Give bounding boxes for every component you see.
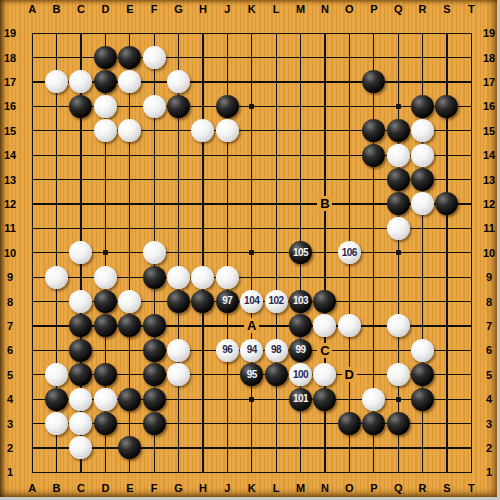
stone-black[interactable]	[411, 168, 434, 191]
row-label-left: 8	[7, 296, 13, 307]
stone-black[interactable]	[94, 290, 117, 313]
column-label-bottom: M	[296, 483, 305, 494]
row-label-right: 14	[483, 150, 495, 161]
stone-black[interactable]	[94, 46, 117, 69]
column-label-top: R	[419, 4, 427, 15]
stone-white[interactable]	[411, 119, 434, 142]
go-board-screen: 105106971041021039694989995100101ABCD AA…	[0, 0, 500, 500]
move-number: 106	[342, 248, 357, 258]
column-label-bottom: T	[468, 483, 475, 494]
stone-white[interactable]	[411, 192, 434, 215]
stone-white[interactable]	[167, 339, 190, 362]
column-label-top: M	[296, 4, 305, 15]
row-label-right: 15	[483, 125, 495, 136]
row-label-right: 11	[483, 223, 495, 234]
stone-white[interactable]	[45, 363, 68, 386]
column-label-top: J	[224, 4, 230, 15]
column-label-top: N	[321, 4, 329, 15]
row-label-left: 7	[7, 321, 13, 332]
row-label-right: 7	[486, 321, 492, 332]
row-label-right: 16	[483, 101, 495, 112]
column-label-top: H	[199, 4, 207, 15]
stone-white[interactable]	[69, 241, 92, 264]
stone-white[interactable]	[313, 314, 336, 337]
row-label-left: 17	[4, 77, 16, 88]
move-number: 100	[293, 370, 308, 380]
grid-line-vertical	[276, 33, 277, 473]
row-label-left: 4	[7, 394, 13, 405]
stone-black[interactable]	[435, 95, 458, 118]
stone-white[interactable]	[216, 266, 239, 289]
go-board[interactable]: 105106971041021039694989995100101ABCD	[20, 21, 484, 485]
stone-black[interactable]	[313, 388, 336, 411]
star-point	[249, 397, 254, 402]
row-label-left: 9	[7, 272, 13, 283]
stone-black[interactable]	[387, 412, 410, 435]
row-label-left: 3	[7, 418, 13, 429]
row-label-right: 5	[486, 369, 492, 380]
column-label-top: L	[273, 4, 280, 15]
row-label-right: 19	[483, 28, 495, 39]
stone-black[interactable]	[118, 436, 141, 459]
stone-white[interactable]	[313, 363, 336, 386]
stone-black[interactable]	[94, 412, 117, 435]
stone-white[interactable]	[387, 314, 410, 337]
column-label-bottom: Q	[394, 483, 403, 494]
star-point	[103, 250, 108, 255]
row-label-left: 15	[4, 125, 16, 136]
column-label-bottom: H	[199, 483, 207, 494]
star-point	[396, 397, 401, 402]
row-label-right: 4	[486, 394, 492, 405]
grid-line-horizontal	[32, 447, 472, 448]
stone-white[interactable]	[94, 388, 117, 411]
stone-black[interactable]	[411, 363, 434, 386]
stone-white[interactable]	[143, 46, 166, 69]
row-label-left: 12	[4, 199, 16, 210]
stone-black[interactable]	[362, 144, 385, 167]
column-label-top: D	[101, 4, 109, 15]
stone-white[interactable]	[118, 119, 141, 142]
move-number: 102	[269, 296, 284, 306]
move-number: 96	[222, 345, 232, 355]
stone-white[interactable]	[45, 412, 68, 435]
row-label-left: 14	[4, 150, 16, 161]
stone-black[interactable]	[411, 95, 434, 118]
stone-black[interactable]	[143, 266, 166, 289]
stone-white[interactable]	[69, 436, 92, 459]
stone-white[interactable]	[411, 339, 434, 362]
stone-black[interactable]	[289, 314, 312, 337]
column-label-bottom: E	[126, 483, 133, 494]
stone-white[interactable]	[411, 144, 434, 167]
column-label-bottom: B	[53, 483, 61, 494]
row-label-right: 18	[483, 52, 495, 63]
move-number: 104	[244, 296, 259, 306]
stone-white[interactable]: 104	[240, 290, 263, 313]
column-label-bottom: A	[28, 483, 36, 494]
row-label-left: 16	[4, 101, 16, 112]
move-number: 101	[293, 394, 308, 404]
stone-black[interactable]	[338, 412, 361, 435]
row-label-right: 8	[486, 296, 492, 307]
stone-white[interactable]	[94, 119, 117, 142]
column-label-bottom: R	[419, 483, 427, 494]
stone-white[interactable]	[69, 412, 92, 435]
column-label-top: S	[443, 4, 450, 15]
row-label-right: 3	[486, 418, 492, 429]
stone-black[interactable]	[216, 95, 239, 118]
column-label-top: Q	[394, 4, 403, 15]
stone-white[interactable]	[167, 266, 190, 289]
stone-black[interactable]	[118, 46, 141, 69]
stone-white[interactable]	[45, 70, 68, 93]
stone-black[interactable]	[143, 363, 166, 386]
stone-white[interactable]: 102	[265, 290, 288, 313]
stone-black[interactable]: 99	[289, 339, 312, 362]
stone-white[interactable]	[143, 95, 166, 118]
stone-white[interactable]	[143, 241, 166, 264]
column-label-bottom: D	[101, 483, 109, 494]
stone-black[interactable]	[387, 119, 410, 142]
column-label-bottom: J	[224, 483, 230, 494]
row-label-right: 12	[483, 199, 495, 210]
column-label-top: A	[28, 4, 36, 15]
annotation-letter-D: D	[342, 367, 357, 382]
stone-black[interactable]	[69, 314, 92, 337]
stone-black[interactable]	[94, 363, 117, 386]
stone-black[interactable]	[69, 95, 92, 118]
stone-white[interactable]	[167, 363, 190, 386]
row-label-left: 5	[7, 369, 13, 380]
column-label-bottom: P	[370, 483, 377, 494]
stone-black[interactable]: 103	[289, 290, 312, 313]
stone-black[interactable]	[435, 192, 458, 215]
stone-black[interactable]	[265, 363, 288, 386]
stone-white[interactable]: 106	[338, 241, 361, 264]
star-point	[249, 104, 254, 109]
stone-black[interactable]	[143, 412, 166, 435]
star-point	[396, 104, 401, 109]
stone-black[interactable]	[313, 290, 336, 313]
column-label-top: C	[77, 4, 85, 15]
column-label-bottom: F	[151, 483, 158, 494]
stone-white[interactable]	[387, 217, 410, 240]
column-label-bottom: S	[443, 483, 450, 494]
stone-black[interactable]	[69, 363, 92, 386]
column-label-top: F	[151, 4, 158, 15]
move-number: 99	[295, 345, 305, 355]
column-label-bottom: C	[77, 483, 85, 494]
stone-white[interactable]	[387, 363, 410, 386]
stone-white[interactable]: 98	[265, 339, 288, 362]
column-label-bottom: N	[321, 483, 329, 494]
stone-white[interactable]	[118, 70, 141, 93]
row-label-left: 19	[4, 28, 16, 39]
stone-black[interactable]	[143, 314, 166, 337]
stone-black[interactable]	[362, 412, 385, 435]
stone-black[interactable]	[118, 314, 141, 337]
stone-black[interactable]	[167, 290, 190, 313]
stone-white[interactable]	[167, 70, 190, 93]
row-label-left: 1	[7, 467, 13, 478]
column-label-bottom: O	[345, 483, 354, 494]
move-number: 94	[247, 345, 257, 355]
row-label-right: 6	[486, 345, 492, 356]
row-label-right: 2	[486, 443, 492, 454]
stone-white[interactable]	[191, 119, 214, 142]
move-number: 103	[293, 296, 308, 306]
stone-black[interactable]	[118, 388, 141, 411]
stone-black[interactable]: 95	[240, 363, 263, 386]
column-label-top: B	[53, 4, 61, 15]
column-label-bottom: K	[248, 483, 256, 494]
annotation-letter-B: B	[317, 196, 332, 211]
grid-line-horizontal	[32, 472, 472, 473]
stone-white[interactable]	[94, 266, 117, 289]
column-label-bottom: G	[174, 483, 183, 494]
stone-black[interactable]	[362, 70, 385, 93]
stone-white[interactable]	[94, 95, 117, 118]
stone-white[interactable]: 94	[240, 339, 263, 362]
move-number: 98	[271, 345, 281, 355]
stone-black[interactable]	[362, 119, 385, 142]
stone-white[interactable]	[69, 388, 92, 411]
stone-black[interactable]	[191, 290, 214, 313]
stone-white[interactable]	[69, 70, 92, 93]
stone-black[interactable]: 97	[216, 290, 239, 313]
row-label-right: 13	[483, 174, 495, 185]
annotation-letter-C: C	[317, 343, 332, 358]
stone-white[interactable]: 96	[216, 339, 239, 362]
move-number: 97	[222, 296, 232, 306]
stone-black[interactable]	[94, 70, 117, 93]
column-label-bottom: L	[273, 483, 280, 494]
row-label-left: 13	[4, 174, 16, 185]
stone-black[interactable]	[387, 192, 410, 215]
row-label-left: 18	[4, 52, 16, 63]
stone-black[interactable]	[411, 388, 434, 411]
column-label-top: P	[370, 4, 377, 15]
annotation-letter-A: A	[244, 318, 259, 333]
row-label-left: 6	[7, 345, 13, 356]
stone-black[interactable]	[387, 168, 410, 191]
row-label-left: 10	[4, 247, 16, 258]
row-label-right: 1	[486, 467, 492, 478]
column-label-top: G	[174, 4, 183, 15]
row-label-right: 10	[483, 247, 495, 258]
star-point	[396, 250, 401, 255]
stone-white[interactable]	[362, 388, 385, 411]
stone-white[interactable]	[191, 266, 214, 289]
stone-white[interactable]	[118, 290, 141, 313]
column-label-top: T	[468, 4, 475, 15]
stone-white[interactable]	[69, 290, 92, 313]
stone-black[interactable]	[143, 388, 166, 411]
move-number: 95	[247, 370, 257, 380]
column-label-top: E	[126, 4, 133, 15]
star-point	[249, 250, 254, 255]
stone-white[interactable]	[216, 119, 239, 142]
stone-black[interactable]	[143, 339, 166, 362]
stone-white[interactable]	[387, 144, 410, 167]
stone-white[interactable]	[45, 266, 68, 289]
stone-black[interactable]: 101	[289, 388, 312, 411]
stone-white[interactable]: 100	[289, 363, 312, 386]
stone-white[interactable]	[338, 314, 361, 337]
stone-black[interactable]	[94, 314, 117, 337]
row-label-right: 9	[486, 272, 492, 283]
column-label-top: O	[345, 4, 354, 15]
stone-black[interactable]: 105	[289, 241, 312, 264]
row-label-right: 17	[483, 77, 495, 88]
stone-black[interactable]	[167, 95, 190, 118]
row-label-left: 11	[4, 223, 16, 234]
stone-black[interactable]	[45, 388, 68, 411]
column-label-top: K	[248, 4, 256, 15]
stone-black[interactable]	[69, 339, 92, 362]
move-number: 105	[293, 248, 308, 258]
row-label-left: 2	[7, 443, 13, 454]
grid-line-vertical	[471, 33, 472, 473]
